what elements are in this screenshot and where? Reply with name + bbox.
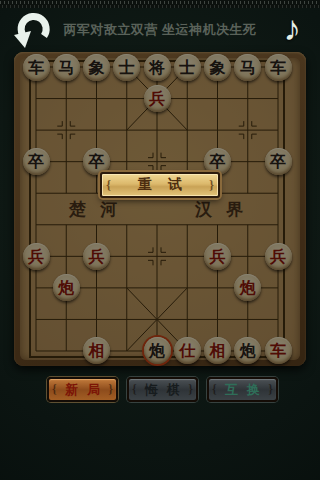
app-screen: 两军对敌立双营 坐运神机决生死 ♪ 楚河 汉界 车马象士将士象马车兵卒卒卒卒兵兵… (0, 0, 320, 480)
music-note-icon: ♪ (283, 8, 301, 47)
top-ruler-strip (0, 0, 320, 8)
modal-dim-overlay (14, 52, 306, 366)
swap-sides-label: 互换 (216, 382, 269, 397)
top-bar: 两军对敌立双营 坐运神机决生死 ♪ (0, 8, 320, 52)
swap-sides-button[interactable]: 互换 (207, 377, 278, 402)
new-game-button[interactable]: 新局 (47, 377, 118, 402)
xiangqi-board[interactable]: 楚河 汉界 车马象士将士象马车兵卒卒卒卒兵兵兵兵炮炮相炮仕相炮车 (14, 52, 306, 366)
retry-button[interactable]: 重试 (100, 172, 220, 198)
retry-label: 重试 (138, 177, 198, 192)
undo-move-button[interactable]: 悔棋 (127, 377, 198, 402)
new-game-label: 新局 (56, 382, 109, 397)
page-title: 两军对敌立双营 坐运神机决生死 (40, 21, 280, 39)
music-button[interactable]: ♪ (274, 6, 310, 50)
undo-move-label: 悔棋 (136, 382, 189, 397)
